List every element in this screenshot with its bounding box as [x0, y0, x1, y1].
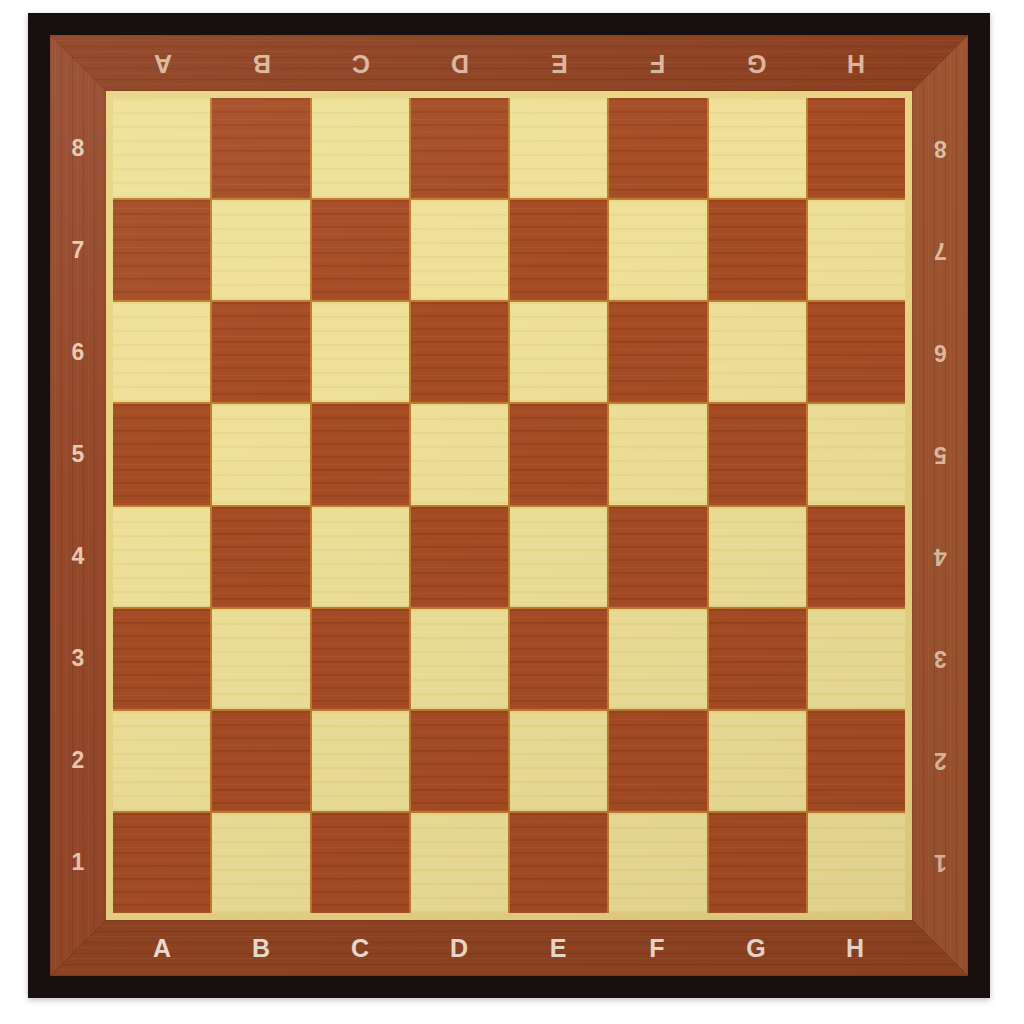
square-d2[interactable] — [411, 711, 508, 811]
square-d1[interactable] — [411, 813, 508, 913]
rank-label-right-3: 3 — [934, 645, 947, 672]
rank-label-left-8: 8 — [72, 135, 85, 162]
file-label-top-a: A — [153, 49, 172, 78]
rank-label-left-3: 3 — [72, 645, 85, 672]
square-g4[interactable] — [709, 507, 806, 607]
file-label-top-b: B — [252, 49, 271, 78]
square-c2[interactable] — [312, 711, 409, 811]
rank-label-left-6: 6 — [72, 339, 85, 366]
file-label-bottom-b: B — [252, 934, 271, 963]
rank-label-right-6: 6 — [934, 339, 947, 366]
square-a5[interactable] — [113, 404, 210, 504]
square-e4[interactable] — [510, 507, 607, 607]
square-f3[interactable] — [609, 609, 706, 709]
square-h8[interactable] — [808, 98, 905, 198]
square-g3[interactable] — [709, 609, 806, 709]
square-b8[interactable] — [212, 98, 309, 198]
file-label-bottom-d: D — [450, 934, 469, 963]
file-labels-bottom: ABCDEFGH — [113, 920, 905, 976]
chessboard: ABCDEFGH ABCDEFGH 87654321 87654321 — [28, 13, 990, 998]
file-label-top-d: D — [450, 49, 469, 78]
square-h5[interactable] — [808, 404, 905, 504]
square-h1[interactable] — [808, 813, 905, 913]
square-g5[interactable] — [709, 404, 806, 504]
rank-label-left-2: 2 — [72, 747, 85, 774]
rank-label-right-2: 2 — [934, 747, 947, 774]
rank-label-right-4: 4 — [934, 543, 947, 570]
file-label-top-g: G — [746, 49, 766, 78]
square-d8[interactable] — [411, 98, 508, 198]
square-f6[interactable] — [609, 302, 706, 402]
rank-label-left-4: 4 — [72, 543, 85, 570]
square-f7[interactable] — [609, 200, 706, 300]
square-d3[interactable] — [411, 609, 508, 709]
square-g8[interactable] — [709, 98, 806, 198]
file-label-top-f: F — [649, 49, 665, 78]
square-a8[interactable] — [113, 98, 210, 198]
square-d4[interactable] — [411, 507, 508, 607]
square-h3[interactable] — [808, 609, 905, 709]
square-f2[interactable] — [609, 711, 706, 811]
square-f5[interactable] — [609, 404, 706, 504]
square-c3[interactable] — [312, 609, 409, 709]
square-e5[interactable] — [510, 404, 607, 504]
file-label-bottom-g: G — [746, 934, 766, 963]
square-b2[interactable] — [212, 711, 309, 811]
square-b6[interactable] — [212, 302, 309, 402]
square-e1[interactable] — [510, 813, 607, 913]
file-label-bottom-f: F — [649, 934, 665, 963]
file-label-bottom-c: C — [351, 934, 370, 963]
square-b7[interactable] — [212, 200, 309, 300]
square-c5[interactable] — [312, 404, 409, 504]
square-e2[interactable] — [510, 711, 607, 811]
square-g7[interactable] — [709, 200, 806, 300]
square-h4[interactable] — [808, 507, 905, 607]
file-labels-top: ABCDEFGH — [113, 35, 905, 91]
square-h7[interactable] — [808, 200, 905, 300]
square-e7[interactable] — [510, 200, 607, 300]
file-label-bottom-a: A — [153, 934, 172, 963]
square-f8[interactable] — [609, 98, 706, 198]
square-h6[interactable] — [808, 302, 905, 402]
square-c1[interactable] — [312, 813, 409, 913]
square-g6[interactable] — [709, 302, 806, 402]
square-b3[interactable] — [212, 609, 309, 709]
square-b4[interactable] — [212, 507, 309, 607]
rank-label-right-1: 1 — [934, 849, 947, 876]
square-c4[interactable] — [312, 507, 409, 607]
square-a7[interactable] — [113, 200, 210, 300]
file-label-bottom-h: H — [846, 934, 865, 963]
square-c7[interactable] — [312, 200, 409, 300]
rank-label-right-8: 8 — [934, 135, 947, 162]
square-f4[interactable] — [609, 507, 706, 607]
rank-label-left-5: 5 — [72, 441, 85, 468]
chessboard-grid — [113, 98, 905, 913]
rank-label-left-1: 1 — [72, 849, 85, 876]
square-c6[interactable] — [312, 302, 409, 402]
file-label-bottom-e: E — [550, 934, 568, 963]
square-a2[interactable] — [113, 711, 210, 811]
square-e8[interactable] — [510, 98, 607, 198]
square-a1[interactable] — [113, 813, 210, 913]
rank-label-left-7: 7 — [72, 237, 85, 264]
file-label-top-h: H — [846, 49, 865, 78]
square-e6[interactable] — [510, 302, 607, 402]
square-h2[interactable] — [808, 711, 905, 811]
square-g2[interactable] — [709, 711, 806, 811]
square-b5[interactable] — [212, 404, 309, 504]
square-g1[interactable] — [709, 813, 806, 913]
square-e3[interactable] — [510, 609, 607, 709]
square-a3[interactable] — [113, 609, 210, 709]
file-label-top-c: C — [351, 49, 370, 78]
square-d5[interactable] — [411, 404, 508, 504]
square-c8[interactable] — [312, 98, 409, 198]
rank-label-right-5: 5 — [934, 441, 947, 468]
square-f1[interactable] — [609, 813, 706, 913]
square-b1[interactable] — [212, 813, 309, 913]
square-d7[interactable] — [411, 200, 508, 300]
rank-labels-right: 87654321 — [912, 98, 968, 913]
rank-label-right-7: 7 — [934, 237, 947, 264]
square-d6[interactable] — [411, 302, 508, 402]
rank-labels-left: 87654321 — [50, 98, 106, 913]
square-a6[interactable] — [113, 302, 210, 402]
square-a4[interactable] — [113, 507, 210, 607]
file-label-top-e: E — [550, 49, 568, 78]
